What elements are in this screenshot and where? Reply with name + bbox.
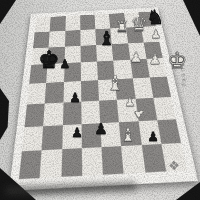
piece-black-pawn-c2[interactable]: ♟ xyxy=(71,126,83,139)
piece-white-bishop-e4[interactable]: ♝ xyxy=(106,73,124,93)
piece-black-pawn-g2[interactable]: ♟ xyxy=(147,130,159,143)
piece-white-bishop-f2[interactable]: ♝ xyxy=(120,126,136,144)
piece-black-knight-h8[interactable]: ♞ xyxy=(146,7,164,27)
piece-white-pawn-h7[interactable]: ♟ xyxy=(151,28,162,40)
piece-white-rook-f7[interactable]: ♜ xyxy=(115,20,128,35)
piece-black-king-a6[interactable]: ♚ xyxy=(38,48,60,72)
piece-black-bishop-e7[interactable]: ♝ xyxy=(98,29,115,48)
piece-black-pawn-c4[interactable]: ♟ xyxy=(69,91,81,104)
chessboard-photo: Drueke ❖ ♞♝♜♛♟♚♟♟♟♚♝♟♟♟♟♟♝♟ xyxy=(0,0,200,200)
piece-white-pawn-g6[interactable]: ♟ xyxy=(149,52,162,66)
pieces-layer: ♞♝♜♛♟♚♟♟♟♚♝♟♟♟♟♟♝♟ xyxy=(0,0,200,200)
piece-black-pawn-d2[interactable]: ♟ xyxy=(94,122,107,137)
piece-white-pawn-f6[interactable]: ♟ xyxy=(130,50,143,64)
piece-white-king-h5[interactable]: ♚ xyxy=(167,50,187,72)
piece-white-queen-g7[interactable]: ♛ xyxy=(130,15,147,34)
piece-white-pawn-f4[interactable]: ♟ xyxy=(125,96,136,108)
piece-black-pawn-b6[interactable]: ♟ xyxy=(60,58,71,70)
